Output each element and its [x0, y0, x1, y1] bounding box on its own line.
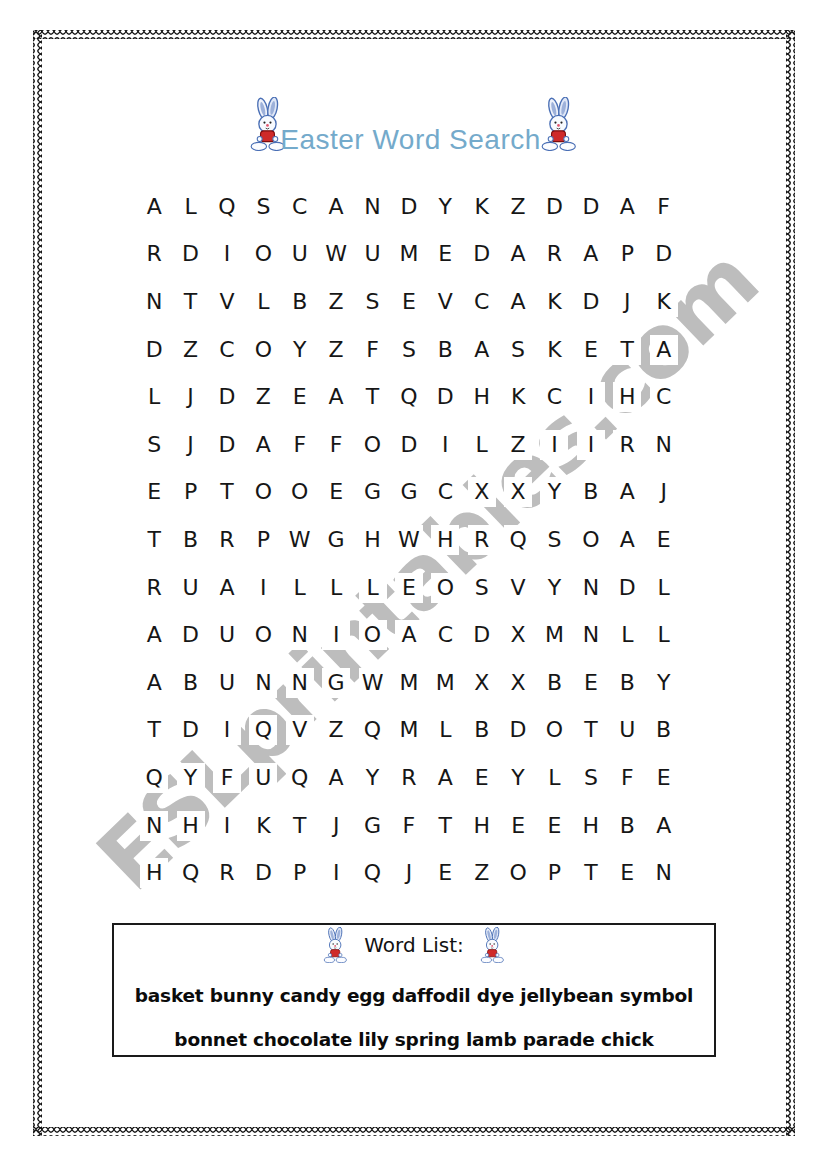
grid-cell-r2c6[interactable]: W	[318, 231, 354, 279]
grid-cell-r15c11[interactable]: O	[500, 849, 536, 897]
grid-cell-r9c4[interactable]: I	[245, 564, 281, 612]
grid-cell-r10c12[interactable]: M	[536, 611, 572, 659]
grid-letter: F	[650, 192, 678, 222]
grid-cell-r11c15[interactable]: Y	[645, 659, 681, 707]
grid-cell-r10c13[interactable]: N	[573, 611, 609, 659]
grid-cell-r11c7[interactable]: W	[354, 659, 390, 707]
grid-letter: A	[650, 335, 678, 365]
grid-letter: C	[540, 382, 568, 412]
grid-letter: Q	[249, 715, 277, 745]
grid-cell-r2c9[interactable]: E	[427, 231, 463, 279]
grid-letter: D	[431, 382, 459, 412]
grid-letter: Y	[431, 192, 459, 222]
grid-letter: S	[359, 287, 387, 317]
grid-cell-r6c5[interactable]: F	[282, 421, 318, 469]
grid-letter: D	[468, 620, 496, 650]
grid-cell-r12c5[interactable]: V	[282, 707, 318, 755]
grid-letter: Q	[395, 382, 423, 412]
grid-letter: G	[395, 477, 423, 507]
grid-letter: S	[504, 335, 532, 365]
grid-cell-r13c1[interactable]: Q	[136, 754, 172, 802]
grid-cell-r11c5[interactable]: N	[282, 659, 318, 707]
grid-cell-r4c12[interactable]: K	[536, 326, 572, 374]
grid-cell-r12c12[interactable]: O	[536, 707, 572, 755]
grid-cell-r6c1[interactable]: S	[136, 421, 172, 469]
grid-cell-r7c14[interactable]: A	[609, 469, 645, 517]
grid-cell-r5c12[interactable]: C	[536, 373, 572, 421]
grid-cell-r3c14[interactable]: J	[609, 278, 645, 326]
grid-cell-r13c12[interactable]: L	[536, 754, 572, 802]
grid-cell-r2c5[interactable]: U	[282, 231, 318, 279]
grid-cell-r10c2[interactable]: D	[172, 611, 208, 659]
grid-cell-r5c1[interactable]: L	[136, 373, 172, 421]
grid-cell-r13c3[interactable]: F	[209, 754, 245, 802]
grid-cell-r5c7[interactable]: T	[354, 373, 390, 421]
grid-cell-r2c8[interactable]: M	[391, 231, 427, 279]
grid-cell-r8c14[interactable]: A	[609, 516, 645, 564]
grid-cell-r13c2[interactable]: Y	[172, 754, 208, 802]
grid-cell-r11c2[interactable]: B	[172, 659, 208, 707]
grid-letter: G	[359, 477, 387, 507]
grid-letter: M	[395, 239, 423, 269]
grid-cell-r12c6[interactable]: Z	[318, 707, 354, 755]
grid-cell-r1c10[interactable]: K	[464, 183, 500, 231]
grid-cell-r14c14[interactable]: B	[609, 802, 645, 850]
grid-cell-r3c1[interactable]: N	[136, 278, 172, 326]
grid-cell-r2c14[interactable]: P	[609, 231, 645, 279]
grid-cell-r8c12[interactable]: S	[536, 516, 572, 564]
grid-cell-r13c8[interactable]: R	[391, 754, 427, 802]
grid-letter: O	[504, 858, 532, 888]
grid-letter: Z	[504, 192, 532, 222]
grid-letter: N	[650, 430, 678, 460]
grid-cell-r10c7[interactable]: O	[354, 611, 390, 659]
grid-cell-r14c5[interactable]: T	[282, 802, 318, 850]
grid-cell-r12c2[interactable]: D	[172, 707, 208, 755]
grid-letter: J	[395, 858, 423, 888]
grid-cell-r6c3[interactable]: D	[209, 421, 245, 469]
grid-cell-r4c15[interactable]: A	[645, 326, 681, 374]
grid-cell-r15c15[interactable]: N	[645, 849, 681, 897]
grid-cell-r15c12[interactable]: P	[536, 849, 572, 897]
grid-cell-r5c9[interactable]: D	[427, 373, 463, 421]
grid-letter: X	[504, 620, 532, 650]
grid-cell-r2c3[interactable]: I	[209, 231, 245, 279]
grid-cell-r7c2[interactable]: P	[172, 469, 208, 517]
grid-cell-r4c10[interactable]: A	[464, 326, 500, 374]
grid-cell-r13c13[interactable]: S	[573, 754, 609, 802]
grid-letter: D	[577, 192, 605, 222]
grid-cell-r7c8[interactable]: G	[391, 469, 427, 517]
grid-cell-r6c4[interactable]: A	[245, 421, 281, 469]
grid-cell-r14c7[interactable]: G	[354, 802, 390, 850]
grid-letter: D	[177, 620, 205, 650]
grid-cell-r6c7[interactable]: O	[354, 421, 390, 469]
grid-cell-r9c8[interactable]: E	[391, 564, 427, 612]
grid-cell-r11c4[interactable]: N	[245, 659, 281, 707]
grid-cell-r13c9[interactable]: A	[427, 754, 463, 802]
grid-cell-r14c15[interactable]: A	[645, 802, 681, 850]
grid-letter: A	[322, 192, 350, 222]
grid-cell-r12c3[interactable]: I	[209, 707, 245, 755]
grid-cell-r11c3[interactable]: U	[209, 659, 245, 707]
grid-cell-r3c6[interactable]: Z	[318, 278, 354, 326]
grid-cell-r14c1[interactable]: N	[136, 802, 172, 850]
grid-cell-r10c9[interactable]: C	[427, 611, 463, 659]
grid-cell-r14c8[interactable]: F	[391, 802, 427, 850]
word-list-header-row: Word List:	[114, 927, 714, 963]
grid-letter: I	[322, 858, 350, 888]
grid-cell-r4c6[interactable]: Z	[318, 326, 354, 374]
grid-cell-r1c7[interactable]: N	[354, 183, 390, 231]
grid-letter: A	[249, 430, 277, 460]
grid-cell-r12c8[interactable]: M	[391, 707, 427, 755]
grid-cell-r6c2[interactable]: J	[172, 421, 208, 469]
grid-letter: B	[650, 715, 678, 745]
grid-letter: D	[249, 858, 277, 888]
grid-cell-r11c10[interactable]: X	[464, 659, 500, 707]
grid-cell-r6c10[interactable]: L	[464, 421, 500, 469]
grid-cell-r9c12[interactable]: Y	[536, 564, 572, 612]
grid-cell-r7c10[interactable]: X	[464, 469, 500, 517]
grid-cell-r15c5[interactable]: P	[282, 849, 318, 897]
grid-cell-r9c13[interactable]: N	[573, 564, 609, 612]
grid-letter: B	[177, 668, 205, 698]
grid-cell-r15c6[interactable]: I	[318, 849, 354, 897]
bunny-icon	[323, 927, 348, 963]
grid-cell-r11c11[interactable]: X	[500, 659, 536, 707]
grid-cell-r13c4[interactable]: U	[245, 754, 281, 802]
grid-cell-r10c11[interactable]: X	[500, 611, 536, 659]
grid-cell-r3c15[interactable]: K	[645, 278, 681, 326]
grid-cell-r3c7[interactable]: S	[354, 278, 390, 326]
grid-cell-r14c4[interactable]: K	[245, 802, 281, 850]
grid-letter: B	[431, 335, 459, 365]
grid-cell-r10c14[interactable]: L	[609, 611, 645, 659]
grid-letter: F	[613, 763, 641, 793]
grid-cell-r8c6[interactable]: G	[318, 516, 354, 564]
grid-cell-r5c15[interactable]: C	[645, 373, 681, 421]
grid-letter: E	[577, 668, 605, 698]
grid-cell-r9c1[interactable]: R	[136, 564, 172, 612]
grid-cell-r9c2[interactable]: U	[172, 564, 208, 612]
grid-cell-r9c14[interactable]: D	[609, 564, 645, 612]
grid-letter: M	[540, 620, 568, 650]
grid-cell-r7c11[interactable]: X	[500, 469, 536, 517]
grid-cell-r10c10[interactable]: D	[464, 611, 500, 659]
grid-cell-r4c2[interactable]: Z	[172, 326, 208, 374]
grid-letter: U	[613, 715, 641, 745]
grid-cell-r1c1[interactable]: A	[136, 183, 172, 231]
grid-cell-r1c4[interactable]: S	[245, 183, 281, 231]
grid-cell-r14c12[interactable]: E	[536, 802, 572, 850]
grid-cell-r1c9[interactable]: Y	[427, 183, 463, 231]
grid-cell-r12c9[interactable]: L	[427, 707, 463, 755]
grid-cell-r1c15[interactable]: F	[645, 183, 681, 231]
grid-cell-r10c8[interactable]: A	[391, 611, 427, 659]
grid-letter: B	[286, 287, 314, 317]
grid-letter: M	[431, 668, 459, 698]
grid-cell-r6c13[interactable]: I	[573, 421, 609, 469]
grid-cell-r9c10[interactable]: S	[464, 564, 500, 612]
grid-letter: B	[577, 477, 605, 507]
grid-letter: L	[650, 620, 678, 650]
grid-cell-r7c1[interactable]: E	[136, 469, 172, 517]
grid-letter: N	[577, 620, 605, 650]
grid-letter: Y	[504, 763, 532, 793]
grid-cell-r7c4[interactable]: O	[245, 469, 281, 517]
grid-cell-r4c11[interactable]: S	[500, 326, 536, 374]
grid-cell-r9c6[interactable]: L	[318, 564, 354, 612]
grid-letter: A	[395, 620, 423, 650]
grid-cell-r12c15[interactable]: B	[645, 707, 681, 755]
grid-cell-r2c11[interactable]: A	[500, 231, 536, 279]
grid-cell-r2c12[interactable]: R	[536, 231, 572, 279]
grid-cell-r3c2[interactable]: T	[172, 278, 208, 326]
grid-cell-r2c1[interactable]: R	[136, 231, 172, 279]
grid-cell-r10c6[interactable]: I	[318, 611, 354, 659]
grid-letter: E	[650, 763, 678, 793]
grid-letter: E	[322, 477, 350, 507]
grid-cell-r4c9[interactable]: B	[427, 326, 463, 374]
grid-cell-r6c14[interactable]: R	[609, 421, 645, 469]
grid-cell-r14c2[interactable]: H	[172, 802, 208, 850]
grid-cell-r1c14[interactable]: A	[609, 183, 645, 231]
grid-letter: A	[613, 525, 641, 555]
grid-cell-r15c7[interactable]: Q	[354, 849, 390, 897]
grid-cell-r15c1[interactable]: H	[136, 849, 172, 897]
grid-cell-r5c4[interactable]: Z	[245, 373, 281, 421]
grid-letter: R	[140, 239, 168, 269]
grid-cell-r14c6[interactable]: J	[318, 802, 354, 850]
grid-cell-r15c13[interactable]: T	[573, 849, 609, 897]
grid-letter: Q	[359, 858, 387, 888]
grid-cell-r14c11[interactable]: E	[500, 802, 536, 850]
grid-cell-r8c1[interactable]: T	[136, 516, 172, 564]
grid-cell-r13c5[interactable]: Q	[282, 754, 318, 802]
grid-cell-r15c8[interactable]: J	[391, 849, 427, 897]
grid-cell-r9c3[interactable]: A	[209, 564, 245, 612]
grid-letter: R	[540, 239, 568, 269]
grid-cell-r6c12[interactable]: I	[536, 421, 572, 469]
grid-cell-r5c5[interactable]: E	[282, 373, 318, 421]
grid-cell-r11c14[interactable]: B	[609, 659, 645, 707]
grid-cell-r1c6[interactable]: A	[318, 183, 354, 231]
grid-cell-r7c5[interactable]: O	[282, 469, 318, 517]
grid-cell-r3c13[interactable]: D	[573, 278, 609, 326]
grid-cell-r5c11[interactable]: K	[500, 373, 536, 421]
grid-cell-r4c1[interactable]: D	[136, 326, 172, 374]
grid-cell-r4c4[interactable]: O	[245, 326, 281, 374]
grid-cell-r7c6[interactable]: E	[318, 469, 354, 517]
grid-cell-r14c9[interactable]: T	[427, 802, 463, 850]
grid-letter: J	[650, 477, 678, 507]
grid-letter: J	[177, 430, 205, 460]
grid-cell-r13c7[interactable]: Y	[354, 754, 390, 802]
grid-cell-r8c5[interactable]: W	[282, 516, 318, 564]
grid-cell-r8c13[interactable]: O	[573, 516, 609, 564]
grid-letter: A	[577, 239, 605, 269]
grid-cell-r9c15[interactable]: L	[645, 564, 681, 612]
grid-cell-r9c11[interactable]: V	[500, 564, 536, 612]
grid-cell-r8c7[interactable]: H	[354, 516, 390, 564]
grid-letter: N	[577, 573, 605, 603]
grid-letter: D	[504, 715, 532, 745]
grid-cell-r9c9[interactable]: O	[427, 564, 463, 612]
grid-letter: I	[577, 382, 605, 412]
grid-cell-r4c14[interactable]: T	[609, 326, 645, 374]
grid-letter: T	[140, 715, 168, 745]
grid-cell-r13c11[interactable]: Y	[500, 754, 536, 802]
grid-cell-r11c12[interactable]: B	[536, 659, 572, 707]
grid-letter: I	[577, 430, 605, 460]
grid-cell-r2c2[interactable]: D	[172, 231, 208, 279]
grid-cell-r5c13[interactable]: I	[573, 373, 609, 421]
grid-cell-r3c9[interactable]: V	[427, 278, 463, 326]
grid-letter: E	[650, 525, 678, 555]
grid-cell-r3c10[interactable]: C	[464, 278, 500, 326]
grid-cell-r1c11[interactable]: Z	[500, 183, 536, 231]
grid-cell-r15c4[interactable]: D	[245, 849, 281, 897]
grid-letter: S	[577, 763, 605, 793]
grid-cell-r2c10[interactable]: D	[464, 231, 500, 279]
grid-cell-r1c12[interactable]: D	[536, 183, 572, 231]
grid-cell-r12c1[interactable]: T	[136, 707, 172, 755]
grid-cell-r14c10[interactable]: H	[464, 802, 500, 850]
grid-cell-r13c14[interactable]: F	[609, 754, 645, 802]
grid-cell-r12c11[interactable]: D	[500, 707, 536, 755]
grid-cell-r12c4[interactable]: Q	[245, 707, 281, 755]
grid-cell-r6c8[interactable]: D	[391, 421, 427, 469]
grid-cell-r1c5[interactable]: C	[282, 183, 318, 231]
grid-cell-r7c13[interactable]: B	[573, 469, 609, 517]
grid-cell-r15c9[interactable]: E	[427, 849, 463, 897]
grid-cell-r8c3[interactable]: R	[209, 516, 245, 564]
grid-cell-r2c7[interactable]: U	[354, 231, 390, 279]
grid-cell-r8c9[interactable]: H	[427, 516, 463, 564]
grid-cell-r5c8[interactable]: Q	[391, 373, 427, 421]
grid-cell-r10c4[interactable]: O	[245, 611, 281, 659]
grid-letter: O	[540, 715, 568, 745]
grid-cell-r11c13[interactable]: E	[573, 659, 609, 707]
grid-cell-r8c4[interactable]: P	[245, 516, 281, 564]
grid-letter: D	[468, 239, 496, 269]
grid-letter: K	[249, 811, 277, 841]
grid-letter: D	[613, 573, 641, 603]
grid-cell-r11c9[interactable]: M	[427, 659, 463, 707]
grid-cell-r12c7[interactable]: Q	[354, 707, 390, 755]
grid-letter: Q	[504, 525, 532, 555]
grid-cell-r15c3[interactable]: R	[209, 849, 245, 897]
grid-cell-r3c11[interactable]: A	[500, 278, 536, 326]
grid-cell-r11c8[interactable]: M	[391, 659, 427, 707]
grid-cell-r4c5[interactable]: Y	[282, 326, 318, 374]
grid-cell-r1c8[interactable]: D	[391, 183, 427, 231]
grid-cell-r2c15[interactable]: D	[645, 231, 681, 279]
grid-cell-r4c3[interactable]: C	[209, 326, 245, 374]
grid-cell-r8c11[interactable]: Q	[500, 516, 536, 564]
grid-cell-r13c10[interactable]: E	[464, 754, 500, 802]
grid-cell-r5c2[interactable]: J	[172, 373, 208, 421]
grid-letter: E	[431, 858, 459, 888]
grid-cell-r9c5[interactable]: L	[282, 564, 318, 612]
grid-cell-r5c3[interactable]: D	[209, 373, 245, 421]
grid-cell-r5c10[interactable]: H	[464, 373, 500, 421]
grid-cell-r14c3[interactable]: I	[209, 802, 245, 850]
grid-cell-r7c7[interactable]: G	[354, 469, 390, 517]
grid-cell-r1c13[interactable]: D	[573, 183, 609, 231]
grid-letter: W	[286, 525, 314, 555]
grid-cell-r2c13[interactable]: A	[573, 231, 609, 279]
worksheet-page: ESLprintables.com Easter Word Search ALQ…	[0, 0, 821, 1169]
grid-cell-r10c5[interactable]: N	[282, 611, 318, 659]
grid-cell-r6c11[interactable]: Z	[500, 421, 536, 469]
grid-cell-r6c15[interactable]: N	[645, 421, 681, 469]
grid-cell-r3c5[interactable]: B	[282, 278, 318, 326]
grid-cell-r5c14[interactable]: H	[609, 373, 645, 421]
grid-cell-r7c12[interactable]: Y	[536, 469, 572, 517]
grid-cell-r13c15[interactable]: E	[645, 754, 681, 802]
grid-cell-r10c1[interactable]: A	[136, 611, 172, 659]
grid-cell-r13c6[interactable]: A	[318, 754, 354, 802]
grid-cell-r6c9[interactable]: I	[427, 421, 463, 469]
grid-cell-r1c2[interactable]: L	[172, 183, 208, 231]
grid-letter: P	[540, 858, 568, 888]
grid-cell-r15c10[interactable]: Z	[464, 849, 500, 897]
grid-cell-r1c3[interactable]: Q	[209, 183, 245, 231]
grid-letter: T	[431, 811, 459, 841]
grid-cell-r2c4[interactable]: O	[245, 231, 281, 279]
grid-cell-r3c12[interactable]: K	[536, 278, 572, 326]
grid-cell-r3c3[interactable]: V	[209, 278, 245, 326]
grid-cell-r3c4[interactable]: L	[245, 278, 281, 326]
grid-cell-r5c6[interactable]: A	[318, 373, 354, 421]
grid-cell-r8c15[interactable]: E	[645, 516, 681, 564]
grid-letter: D	[395, 192, 423, 222]
grid-letter: D	[140, 335, 168, 365]
grid-cell-r4c8[interactable]: S	[391, 326, 427, 374]
grid-cell-r10c15[interactable]: L	[645, 611, 681, 659]
grid-cell-r6c6[interactable]: F	[318, 421, 354, 469]
grid-cell-r8c10[interactable]: R	[464, 516, 500, 564]
grid-cell-r7c15[interactable]: J	[645, 469, 681, 517]
grid-cell-r10c3[interactable]: U	[209, 611, 245, 659]
grid-cell-r3c8[interactable]: E	[391, 278, 427, 326]
grid-cell-r4c13[interactable]: E	[573, 326, 609, 374]
grid-cell-r7c9[interactable]: C	[427, 469, 463, 517]
grid-letter: L	[359, 573, 387, 603]
grid-cell-r7c3[interactable]: T	[209, 469, 245, 517]
grid-letter: W	[322, 239, 350, 269]
grid-cell-r9c7[interactable]: L	[354, 564, 390, 612]
grid-cell-r15c2[interactable]: Q	[172, 849, 208, 897]
grid-cell-r11c1[interactable]: A	[136, 659, 172, 707]
grid-letter: G	[322, 668, 350, 698]
grid-cell-r4c7[interactable]: F	[354, 326, 390, 374]
grid-cell-r12c14[interactable]: U	[609, 707, 645, 755]
grid-cell-r12c10[interactable]: B	[464, 707, 500, 755]
grid-cell-r15c14[interactable]: E	[609, 849, 645, 897]
grid-letter: A	[431, 763, 459, 793]
grid-letter: I	[213, 715, 241, 745]
grid-letter: S	[249, 192, 277, 222]
grid-cell-r11c6[interactable]: G	[318, 659, 354, 707]
grid-cell-r12c13[interactable]: T	[573, 707, 609, 755]
grid-cell-r8c2[interactable]: B	[172, 516, 208, 564]
grid-cell-r8c8[interactable]: W	[391, 516, 427, 564]
grid-cell-r14c13[interactable]: H	[573, 802, 609, 850]
grid-letter: Q	[286, 763, 314, 793]
